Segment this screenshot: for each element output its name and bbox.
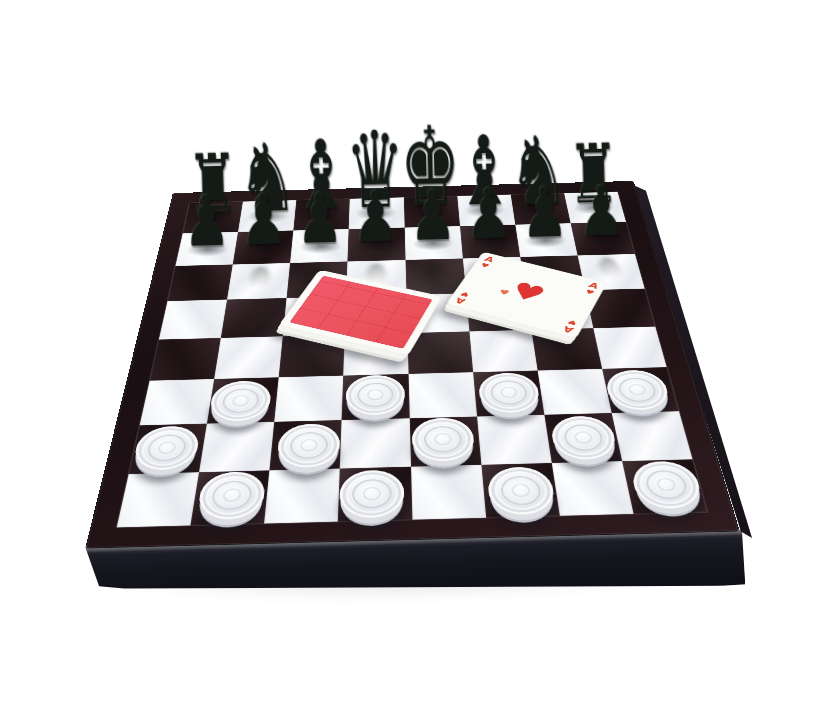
pawn-glyph: ♟ bbox=[464, 179, 513, 249]
chess-piece-black-pawn-e7[interactable]: ♟ bbox=[400, 180, 464, 251]
pawn-glyph: ♟ bbox=[351, 182, 400, 252]
pawn-glyph: ♟ bbox=[239, 185, 288, 255]
pawn-glyph: ♟ bbox=[295, 183, 344, 253]
pawn-glyph: ♟ bbox=[408, 180, 457, 250]
chess-pieces-layer: ♜♞♝♛♚♝♞♜♟♟♟♟♟♟♟♟ bbox=[0, 0, 840, 703]
chess-piece-black-pawn-g7[interactable]: ♟ bbox=[513, 177, 577, 248]
board-tilt-wrapper: A♥A♥A♥A♥♥♥ ♜♞♝♛♚♝♞♜♟♟♟♟♟♟♟♟ bbox=[0, 0, 840, 703]
chess-piece-black-pawn-a7[interactable]: ♟ bbox=[175, 186, 239, 257]
pawn-glyph: ♟ bbox=[520, 177, 569, 247]
chess-piece-black-pawn-h7[interactable]: ♟ bbox=[569, 176, 633, 247]
pawn-glyph: ♟ bbox=[182, 186, 231, 256]
chess-piece-black-pawn-f7[interactable]: ♟ bbox=[457, 178, 521, 249]
pawn-glyph: ♟ bbox=[577, 176, 626, 246]
chess-piece-black-pawn-b7[interactable]: ♟ bbox=[231, 184, 295, 255]
product-photo-scene: A♥A♥A♥A♥♥♥ ♜♞♝♛♚♝♞♜♟♟♟♟♟♟♟♟ bbox=[0, 0, 840, 703]
chess-piece-black-pawn-d7[interactable]: ♟ bbox=[344, 181, 408, 252]
chess-piece-black-pawn-c7[interactable]: ♟ bbox=[288, 183, 352, 254]
